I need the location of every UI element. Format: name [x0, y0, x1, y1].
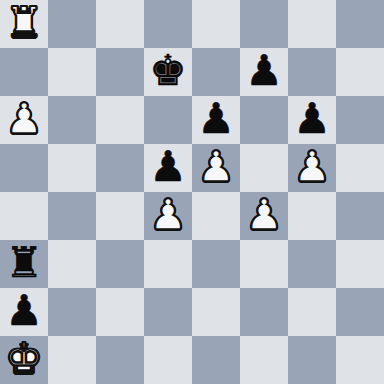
square-h4[interactable] [336, 192, 384, 240]
square-h8[interactable] [336, 0, 384, 48]
square-d1[interactable] [144, 336, 192, 384]
square-b3[interactable] [48, 240, 96, 288]
square-b1[interactable] [48, 336, 96, 384]
square-e6[interactable]: ♟ [192, 96, 240, 144]
square-e7[interactable] [192, 48, 240, 96]
square-f1[interactable] [240, 336, 288, 384]
square-g2[interactable] [288, 288, 336, 336]
square-g5[interactable]: ♟ [288, 144, 336, 192]
square-f7[interactable]: ♟ [240, 48, 288, 96]
square-c2[interactable] [96, 288, 144, 336]
square-e5[interactable]: ♟ [192, 144, 240, 192]
square-h2[interactable] [336, 288, 384, 336]
square-d3[interactable] [144, 240, 192, 288]
square-a7[interactable] [0, 48, 48, 96]
white-pawn[interactable]: ♟ [5, 98, 43, 140]
square-g7[interactable] [288, 48, 336, 96]
square-f5[interactable] [240, 144, 288, 192]
square-a3[interactable]: ♜ [0, 240, 48, 288]
square-h3[interactable] [336, 240, 384, 288]
black-rook[interactable]: ♜ [5, 242, 43, 284]
black-pawn[interactable]: ♟ [245, 50, 283, 92]
square-b7[interactable] [48, 48, 96, 96]
square-f8[interactable] [240, 0, 288, 48]
square-c7[interactable] [96, 48, 144, 96]
white-pawn[interactable]: ♟ [293, 146, 331, 188]
square-g1[interactable] [288, 336, 336, 384]
square-a2[interactable]: ♟ [0, 288, 48, 336]
square-g6[interactable]: ♟ [288, 96, 336, 144]
chess-board: ♜♚♟♟♟♟♟♟♟♟♟♜♟♚ [0, 0, 384, 384]
square-c5[interactable] [96, 144, 144, 192]
square-b5[interactable] [48, 144, 96, 192]
black-pawn[interactable]: ♟ [5, 290, 43, 332]
square-e2[interactable] [192, 288, 240, 336]
square-b6[interactable] [48, 96, 96, 144]
square-c8[interactable] [96, 0, 144, 48]
white-pawn[interactable]: ♟ [245, 194, 283, 236]
square-c6[interactable] [96, 96, 144, 144]
black-pawn[interactable]: ♟ [149, 146, 187, 188]
white-pawn[interactable]: ♟ [197, 146, 235, 188]
square-h1[interactable] [336, 336, 384, 384]
square-a6[interactable]: ♟ [0, 96, 48, 144]
square-d7[interactable]: ♚ [144, 48, 192, 96]
square-g4[interactable] [288, 192, 336, 240]
square-d6[interactable] [144, 96, 192, 144]
square-d5[interactable]: ♟ [144, 144, 192, 192]
square-e1[interactable] [192, 336, 240, 384]
square-f6[interactable] [240, 96, 288, 144]
black-pawn[interactable]: ♟ [293, 98, 331, 140]
square-a5[interactable] [0, 144, 48, 192]
black-king[interactable]: ♚ [149, 50, 187, 92]
square-b4[interactable] [48, 192, 96, 240]
square-a4[interactable] [0, 192, 48, 240]
square-g3[interactable] [288, 240, 336, 288]
square-d8[interactable] [144, 0, 192, 48]
square-f3[interactable] [240, 240, 288, 288]
white-pawn[interactable]: ♟ [149, 194, 187, 236]
square-h6[interactable] [336, 96, 384, 144]
square-d4[interactable]: ♟ [144, 192, 192, 240]
square-h7[interactable] [336, 48, 384, 96]
white-rook[interactable]: ♜ [5, 2, 43, 44]
square-a1[interactable]: ♚ [0, 336, 48, 384]
square-b8[interactable] [48, 0, 96, 48]
square-b2[interactable] [48, 288, 96, 336]
square-e8[interactable] [192, 0, 240, 48]
square-h5[interactable] [336, 144, 384, 192]
square-g8[interactable] [288, 0, 336, 48]
square-c4[interactable] [96, 192, 144, 240]
square-c3[interactable] [96, 240, 144, 288]
square-e3[interactable] [192, 240, 240, 288]
square-f2[interactable] [240, 288, 288, 336]
square-a8[interactable]: ♜ [0, 0, 48, 48]
black-pawn[interactable]: ♟ [197, 98, 235, 140]
square-c1[interactable] [96, 336, 144, 384]
square-d2[interactable] [144, 288, 192, 336]
square-f4[interactable]: ♟ [240, 192, 288, 240]
white-king[interactable]: ♚ [5, 338, 43, 380]
square-e4[interactable] [192, 192, 240, 240]
